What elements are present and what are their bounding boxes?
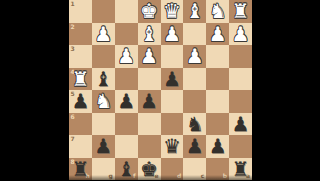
square-h8[interactable]: 8h♜ xyxy=(69,158,92,181)
square-b6[interactable] xyxy=(206,113,229,136)
white-pawn-e3[interactable]: ♟ xyxy=(140,46,158,66)
square-d4[interactable]: ♟ xyxy=(161,68,184,91)
rank-label-3: 3 xyxy=(71,46,75,52)
black-pawn-d4[interactable]: ♟ xyxy=(163,69,181,89)
square-d7[interactable]: ♛ xyxy=(161,135,184,158)
white-bishop-c1[interactable]: ♝ xyxy=(186,1,204,21)
chess-board: 1♚♛♝♞♜2♟♝♟♟♟3♟♟♟4♜♝♟5♟♞♟♟6♞♟7♟♛♟♟8h♜gf♝e… xyxy=(69,0,252,180)
white-pawn-f3[interactable]: ♟ xyxy=(117,46,135,66)
black-pawn-f5[interactable]: ♟ xyxy=(117,91,135,111)
square-c6[interactable]: ♞ xyxy=(183,113,206,136)
square-a2[interactable]: ♟ xyxy=(229,23,252,46)
square-a4[interactable] xyxy=(229,68,252,91)
square-b4[interactable] xyxy=(206,68,229,91)
square-c7[interactable]: ♟ xyxy=(183,135,206,158)
white-pawn-d2[interactable]: ♟ xyxy=(163,24,181,44)
square-h5[interactable]: 5♟ xyxy=(69,90,92,113)
square-e2[interactable]: ♝ xyxy=(138,23,161,46)
file-label-c: c xyxy=(201,173,205,179)
square-c3[interactable]: ♟ xyxy=(183,45,206,68)
square-b3[interactable] xyxy=(206,45,229,68)
black-pawn-b7[interactable]: ♟ xyxy=(209,136,227,156)
square-d2[interactable]: ♟ xyxy=(161,23,184,46)
white-king-e1[interactable]: ♚ xyxy=(140,1,158,21)
rank-label-2: 2 xyxy=(71,24,75,30)
white-rook-h4[interactable]: ♜ xyxy=(71,69,89,89)
square-g1[interactable] xyxy=(92,0,115,23)
square-g4[interactable]: ♝ xyxy=(92,68,115,91)
black-king-e8[interactable]: ♚ xyxy=(140,159,158,179)
square-d3[interactable] xyxy=(161,45,184,68)
square-d6[interactable] xyxy=(161,113,184,136)
square-f3[interactable]: ♟ xyxy=(115,45,138,68)
square-e8[interactable]: e♚ xyxy=(138,158,161,181)
square-c1[interactable]: ♝ xyxy=(183,0,206,23)
square-h7[interactable]: 7 xyxy=(69,135,92,158)
square-g5[interactable]: ♞ xyxy=(92,90,115,113)
file-label-b: b xyxy=(223,173,227,179)
white-pawn-a2[interactable]: ♟ xyxy=(232,24,250,44)
black-bishop-g4[interactable]: ♝ xyxy=(94,69,112,89)
square-e4[interactable] xyxy=(138,68,161,91)
square-e7[interactable] xyxy=(138,135,161,158)
black-pawn-g7[interactable]: ♟ xyxy=(94,136,112,156)
square-g7[interactable]: ♟ xyxy=(92,135,115,158)
white-pawn-c3[interactable]: ♟ xyxy=(186,46,204,66)
square-h6[interactable]: 6 xyxy=(69,113,92,136)
square-b2[interactable]: ♟ xyxy=(206,23,229,46)
white-knight-g5[interactable]: ♞ xyxy=(94,91,112,111)
rank-label-6: 6 xyxy=(71,114,75,120)
square-d8[interactable]: d xyxy=(161,158,184,181)
square-g8[interactable]: g xyxy=(92,158,115,181)
square-c5[interactable] xyxy=(183,90,206,113)
square-a1[interactable]: ♜ xyxy=(229,0,252,23)
white-queen-d1[interactable]: ♛ xyxy=(163,1,181,21)
black-pawn-h5[interactable]: ♟ xyxy=(71,91,89,111)
square-g3[interactable] xyxy=(92,45,115,68)
square-a5[interactable] xyxy=(229,90,252,113)
black-pawn-c7[interactable]: ♟ xyxy=(186,136,204,156)
letterbox-right xyxy=(252,0,320,180)
square-b7[interactable]: ♟ xyxy=(206,135,229,158)
square-c8[interactable]: c xyxy=(183,158,206,181)
square-b8[interactable]: b xyxy=(206,158,229,181)
black-rook-h8[interactable]: ♜ xyxy=(71,159,89,179)
square-h2[interactable]: 2 xyxy=(69,23,92,46)
square-a8[interactable]: a♜ xyxy=(229,158,252,181)
rank-label-7: 7 xyxy=(71,136,75,142)
square-d5[interactable] xyxy=(161,90,184,113)
square-d1[interactable]: ♛ xyxy=(161,0,184,23)
square-e5[interactable]: ♟ xyxy=(138,90,161,113)
square-g2[interactable]: ♟ xyxy=(92,23,115,46)
square-h4[interactable]: 4♜ xyxy=(69,68,92,91)
square-a7[interactable] xyxy=(229,135,252,158)
square-h3[interactable]: 3 xyxy=(69,45,92,68)
square-f2[interactable] xyxy=(115,23,138,46)
square-a3[interactable] xyxy=(229,45,252,68)
black-bishop-f8[interactable]: ♝ xyxy=(117,159,135,179)
white-bishop-e2[interactable]: ♝ xyxy=(140,24,158,44)
square-h1[interactable]: 1 xyxy=(69,0,92,23)
square-c2[interactable] xyxy=(183,23,206,46)
square-f1[interactable] xyxy=(115,0,138,23)
black-knight-c6[interactable]: ♞ xyxy=(186,114,204,134)
square-f8[interactable]: f♝ xyxy=(115,158,138,181)
square-b1[interactable]: ♞ xyxy=(206,0,229,23)
black-pawn-e5[interactable]: ♟ xyxy=(140,91,158,111)
video-frame: 1♚♛♝♞♜2♟♝♟♟♟3♟♟♟4♜♝♟5♟♞♟♟6♞♟7♟♛♟♟8h♜gf♝e… xyxy=(0,0,320,180)
black-rook-a8[interactable]: ♜ xyxy=(232,159,250,179)
white-rook-a1[interactable]: ♜ xyxy=(232,1,250,21)
square-e1[interactable]: ♚ xyxy=(138,0,161,23)
square-f4[interactable] xyxy=(115,68,138,91)
square-f6[interactable] xyxy=(115,113,138,136)
square-f7[interactable] xyxy=(115,135,138,158)
square-f5[interactable]: ♟ xyxy=(115,90,138,113)
white-knight-b1[interactable]: ♞ xyxy=(209,1,227,21)
black-pawn-a6[interactable]: ♟ xyxy=(232,114,250,134)
file-label-g: g xyxy=(108,173,112,179)
rank-label-1: 1 xyxy=(71,1,75,7)
square-g6[interactable] xyxy=(92,113,115,136)
black-queen-d7[interactable]: ♛ xyxy=(163,136,181,156)
square-b5[interactable] xyxy=(206,90,229,113)
white-pawn-g2[interactable]: ♟ xyxy=(94,24,112,44)
square-c4[interactable] xyxy=(183,68,206,91)
white-pawn-b2[interactable]: ♟ xyxy=(209,24,227,44)
square-e3[interactable]: ♟ xyxy=(138,45,161,68)
file-label-d: d xyxy=(177,173,181,179)
square-a6[interactable]: ♟ xyxy=(229,113,252,136)
square-e6[interactable] xyxy=(138,113,161,136)
letterbox-left xyxy=(0,0,69,180)
